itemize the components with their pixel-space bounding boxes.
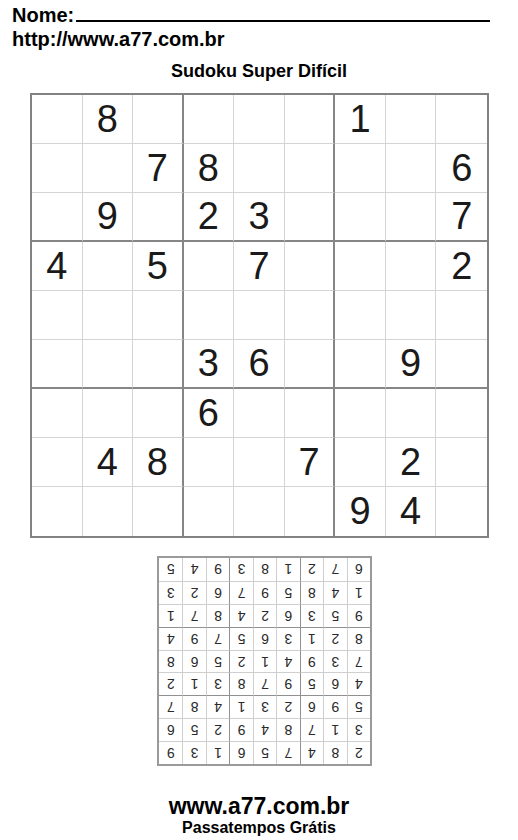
solution-cell: 1 [276,558,299,581]
cell-r4c8[interactable] [386,242,437,291]
solution-cell: 6 [347,558,370,581]
solution-cell: 9 [347,604,370,627]
solution-cell: 1 [300,627,323,650]
cell-r6c2[interactable] [83,340,134,389]
cell-r5c7[interactable] [335,291,386,340]
solution-cell: 4 [182,558,205,581]
solution-cell: 8 [159,650,182,673]
solution-cell: 7 [347,650,370,673]
cell-r3c8[interactable] [386,193,437,242]
solution-cell: 1 [253,650,276,673]
solution-cell: 6 [159,718,182,741]
solution-cell: 2 [229,650,252,673]
solution-cell: 9 [253,581,276,604]
sudoku-puzzle-grid: 81786923745723696487294 [30,93,489,538]
cell-r1c1[interactable] [32,95,83,144]
solution-cell: 3 [323,650,346,673]
cell-r3c2: 9 [83,193,134,242]
solution-cell: 1 [182,672,205,695]
cell-r3c6[interactable] [285,193,336,242]
cell-r7c2[interactable] [83,389,134,438]
cell-r7c3[interactable] [133,389,184,438]
cell-r3c3[interactable] [133,193,184,242]
cell-r8c4[interactable] [184,438,235,487]
cell-r3c4: 2 [184,193,235,242]
solution-cell: 9 [206,558,229,581]
cell-r8c7[interactable] [335,438,386,487]
solution-cell: 1 [323,718,346,741]
solution-cell: 4 [300,741,323,764]
solution-cell: 8 [182,695,205,718]
cell-r4c2[interactable] [83,242,134,291]
cell-r2c6[interactable] [285,144,336,193]
solution-cell: 9 [276,672,299,695]
solution-cell: 7 [276,741,299,764]
cell-r4c6[interactable] [285,242,336,291]
solution-cell: 4 [229,604,252,627]
cell-r2c8[interactable] [386,144,437,193]
solution-cell: 1 [206,741,229,764]
cell-r3c9: 7 [436,193,487,242]
solution-cell: 3 [347,718,370,741]
solution-cell: 3 [159,581,182,604]
solution-cell: 4 [253,718,276,741]
cell-r6c1[interactable] [32,340,83,389]
solution-cell: 7 [206,627,229,650]
cell-r4c7[interactable] [335,242,386,291]
cell-r2c1[interactable] [32,144,83,193]
solution-cell: 6 [323,672,346,695]
solution-cell: 9 [323,695,346,718]
solution-cell: 5 [182,718,205,741]
name-label: Nome: [12,4,74,27]
solution-cell: 6 [300,695,323,718]
solution-cell: 2 [253,604,276,627]
solution-cell: 3 [229,558,252,581]
solution-cell: 3 [300,604,323,627]
cell-r4c1: 4 [32,242,83,291]
cell-r5c3[interactable] [133,291,184,340]
solution-cell: 9 [159,741,182,764]
page-title: Sudoku Super Difícil [0,61,518,82]
cell-r1c2: 8 [83,95,134,144]
cell-r2c5[interactable] [234,144,285,193]
solution-cell: 8 [323,741,346,764]
solution-cell: 2 [300,558,323,581]
solution-cell: 6 [253,627,276,650]
solution-cell: 2 [347,741,370,764]
solution-cell: 4 [347,672,370,695]
cell-r6c8: 9 [386,340,437,389]
cell-r6c5: 6 [234,340,285,389]
cell-r5c8[interactable] [386,291,437,340]
cell-r5c6[interactable] [285,291,336,340]
footer-site: www.a77.com.br [0,793,518,820]
solution-cell: 5 [323,604,346,627]
cell-r6c4: 3 [184,340,235,389]
cell-r1c7: 1 [335,95,386,144]
solution-cell: 5 [253,741,276,764]
solution-cell: 2 [323,627,346,650]
cell-r7c8[interactable] [386,389,437,438]
solution-cell: 2 [276,695,299,718]
solution-cell: 7 [253,672,276,695]
cell-r1c4[interactable] [184,95,235,144]
solution-cell: 4 [276,650,299,673]
solution-cell: 8 [253,558,276,581]
cell-r8c5[interactable] [234,438,285,487]
solution-cell: 1 [229,695,252,718]
cell-r2c3: 7 [133,144,184,193]
cell-r8c3: 8 [133,438,184,487]
cell-r9c6[interactable] [285,487,336,536]
solution-cell: 8 [206,604,229,627]
solution-cell: 2 [182,581,205,604]
solution-cell: 7 [229,581,252,604]
cell-r2c7[interactable] [335,144,386,193]
cell-r7c9[interactable] [436,389,487,438]
solution-cell: 7 [182,604,205,627]
cell-r5c5[interactable] [234,291,285,340]
solution-cell: 3 [253,695,276,718]
solution-cell: 6 [276,604,299,627]
solution-cell: 7 [300,718,323,741]
solution-cell: 3 [276,627,299,650]
cell-r7c4: 6 [184,389,235,438]
solution-cell: 2 [159,672,182,695]
solution-cell: 5 [206,650,229,673]
cell-r5c9[interactable] [436,291,487,340]
cell-r8c9[interactable] [436,438,487,487]
cell-r6c6[interactable] [285,340,336,389]
cell-r3c7[interactable] [335,193,386,242]
solution-cell: 6 [182,650,205,673]
solution-cell: 3 [182,741,205,764]
cell-r2c4: 8 [184,144,235,193]
footer-tagline: Passatempos Grátis [0,819,518,837]
solution-cell: 7 [323,558,346,581]
solution-cell: 5 [229,627,252,650]
cell-r9c8: 4 [386,487,437,536]
sudoku-solution-grid-upside-down: 2847561393178492565962314874659783127394… [157,556,372,766]
cell-r9c5[interactable] [234,487,285,536]
cell-r8c6: 7 [285,438,336,487]
solution-cell: 3 [206,672,229,695]
cell-r2c2[interactable] [83,144,134,193]
cell-r5c4[interactable] [184,291,235,340]
solution-cell: 8 [300,581,323,604]
solution-cell: 4 [206,695,229,718]
cell-r9c3[interactable] [133,487,184,536]
cell-r4c9: 2 [436,242,487,291]
solution-cell: 4 [323,581,346,604]
solution-cell: 6 [229,741,252,764]
solution-cell: 8 [276,718,299,741]
cell-r6c7[interactable] [335,340,386,389]
solution-cell: 7 [159,695,182,718]
cell-r7c1[interactable] [32,389,83,438]
cell-r9c2[interactable] [83,487,134,536]
cell-r5c1[interactable] [32,291,83,340]
cell-r2c9: 6 [436,144,487,193]
solution-cell: 5 [347,695,370,718]
cell-r1c6[interactable] [285,95,336,144]
solution-cell: 4 [159,627,182,650]
cell-r9c9[interactable] [436,487,487,536]
cell-r6c9[interactable] [436,340,487,389]
cell-r5c2[interactable] [83,291,134,340]
cell-r1c9[interactable] [436,95,487,144]
name-underline [76,20,490,22]
solution-cell: 5 [300,672,323,695]
cell-r9c7: 9 [335,487,386,536]
cell-r8c8: 2 [386,438,437,487]
cell-r6c3[interactable] [133,340,184,389]
solution-cell: 5 [159,558,182,581]
solution-cell: 5 [276,581,299,604]
cell-r3c5: 3 [234,193,285,242]
solution-cell: 1 [347,581,370,604]
solution-cell: 2 [206,718,229,741]
cell-r7c5[interactable] [234,389,285,438]
solution-cell: 9 [229,718,252,741]
cell-r8c1[interactable] [32,438,83,487]
cell-r4c4[interactable] [184,242,235,291]
cell-r4c5: 7 [234,242,285,291]
cell-r1c8[interactable] [386,95,437,144]
page: Nome: http://www.a77.com.br Sudoku Super… [0,0,518,840]
cell-r1c3[interactable] [133,95,184,144]
solution-cell: 6 [206,581,229,604]
solution-cell: 9 [300,650,323,673]
cell-r4c3: 5 [133,242,184,291]
site-url: http://www.a77.com.br [12,28,225,51]
cell-r9c1[interactable] [32,487,83,536]
cell-r3c1[interactable] [32,193,83,242]
cell-r8c2: 4 [83,438,134,487]
cell-r1c5[interactable] [234,95,285,144]
cell-r9c4[interactable] [184,487,235,536]
solution-cell: 1 [159,604,182,627]
cell-r7c7[interactable] [335,389,386,438]
solution-cell: 8 [347,627,370,650]
cell-r7c6[interactable] [285,389,336,438]
solution-cell: 9 [182,627,205,650]
solution-cell: 8 [229,672,252,695]
